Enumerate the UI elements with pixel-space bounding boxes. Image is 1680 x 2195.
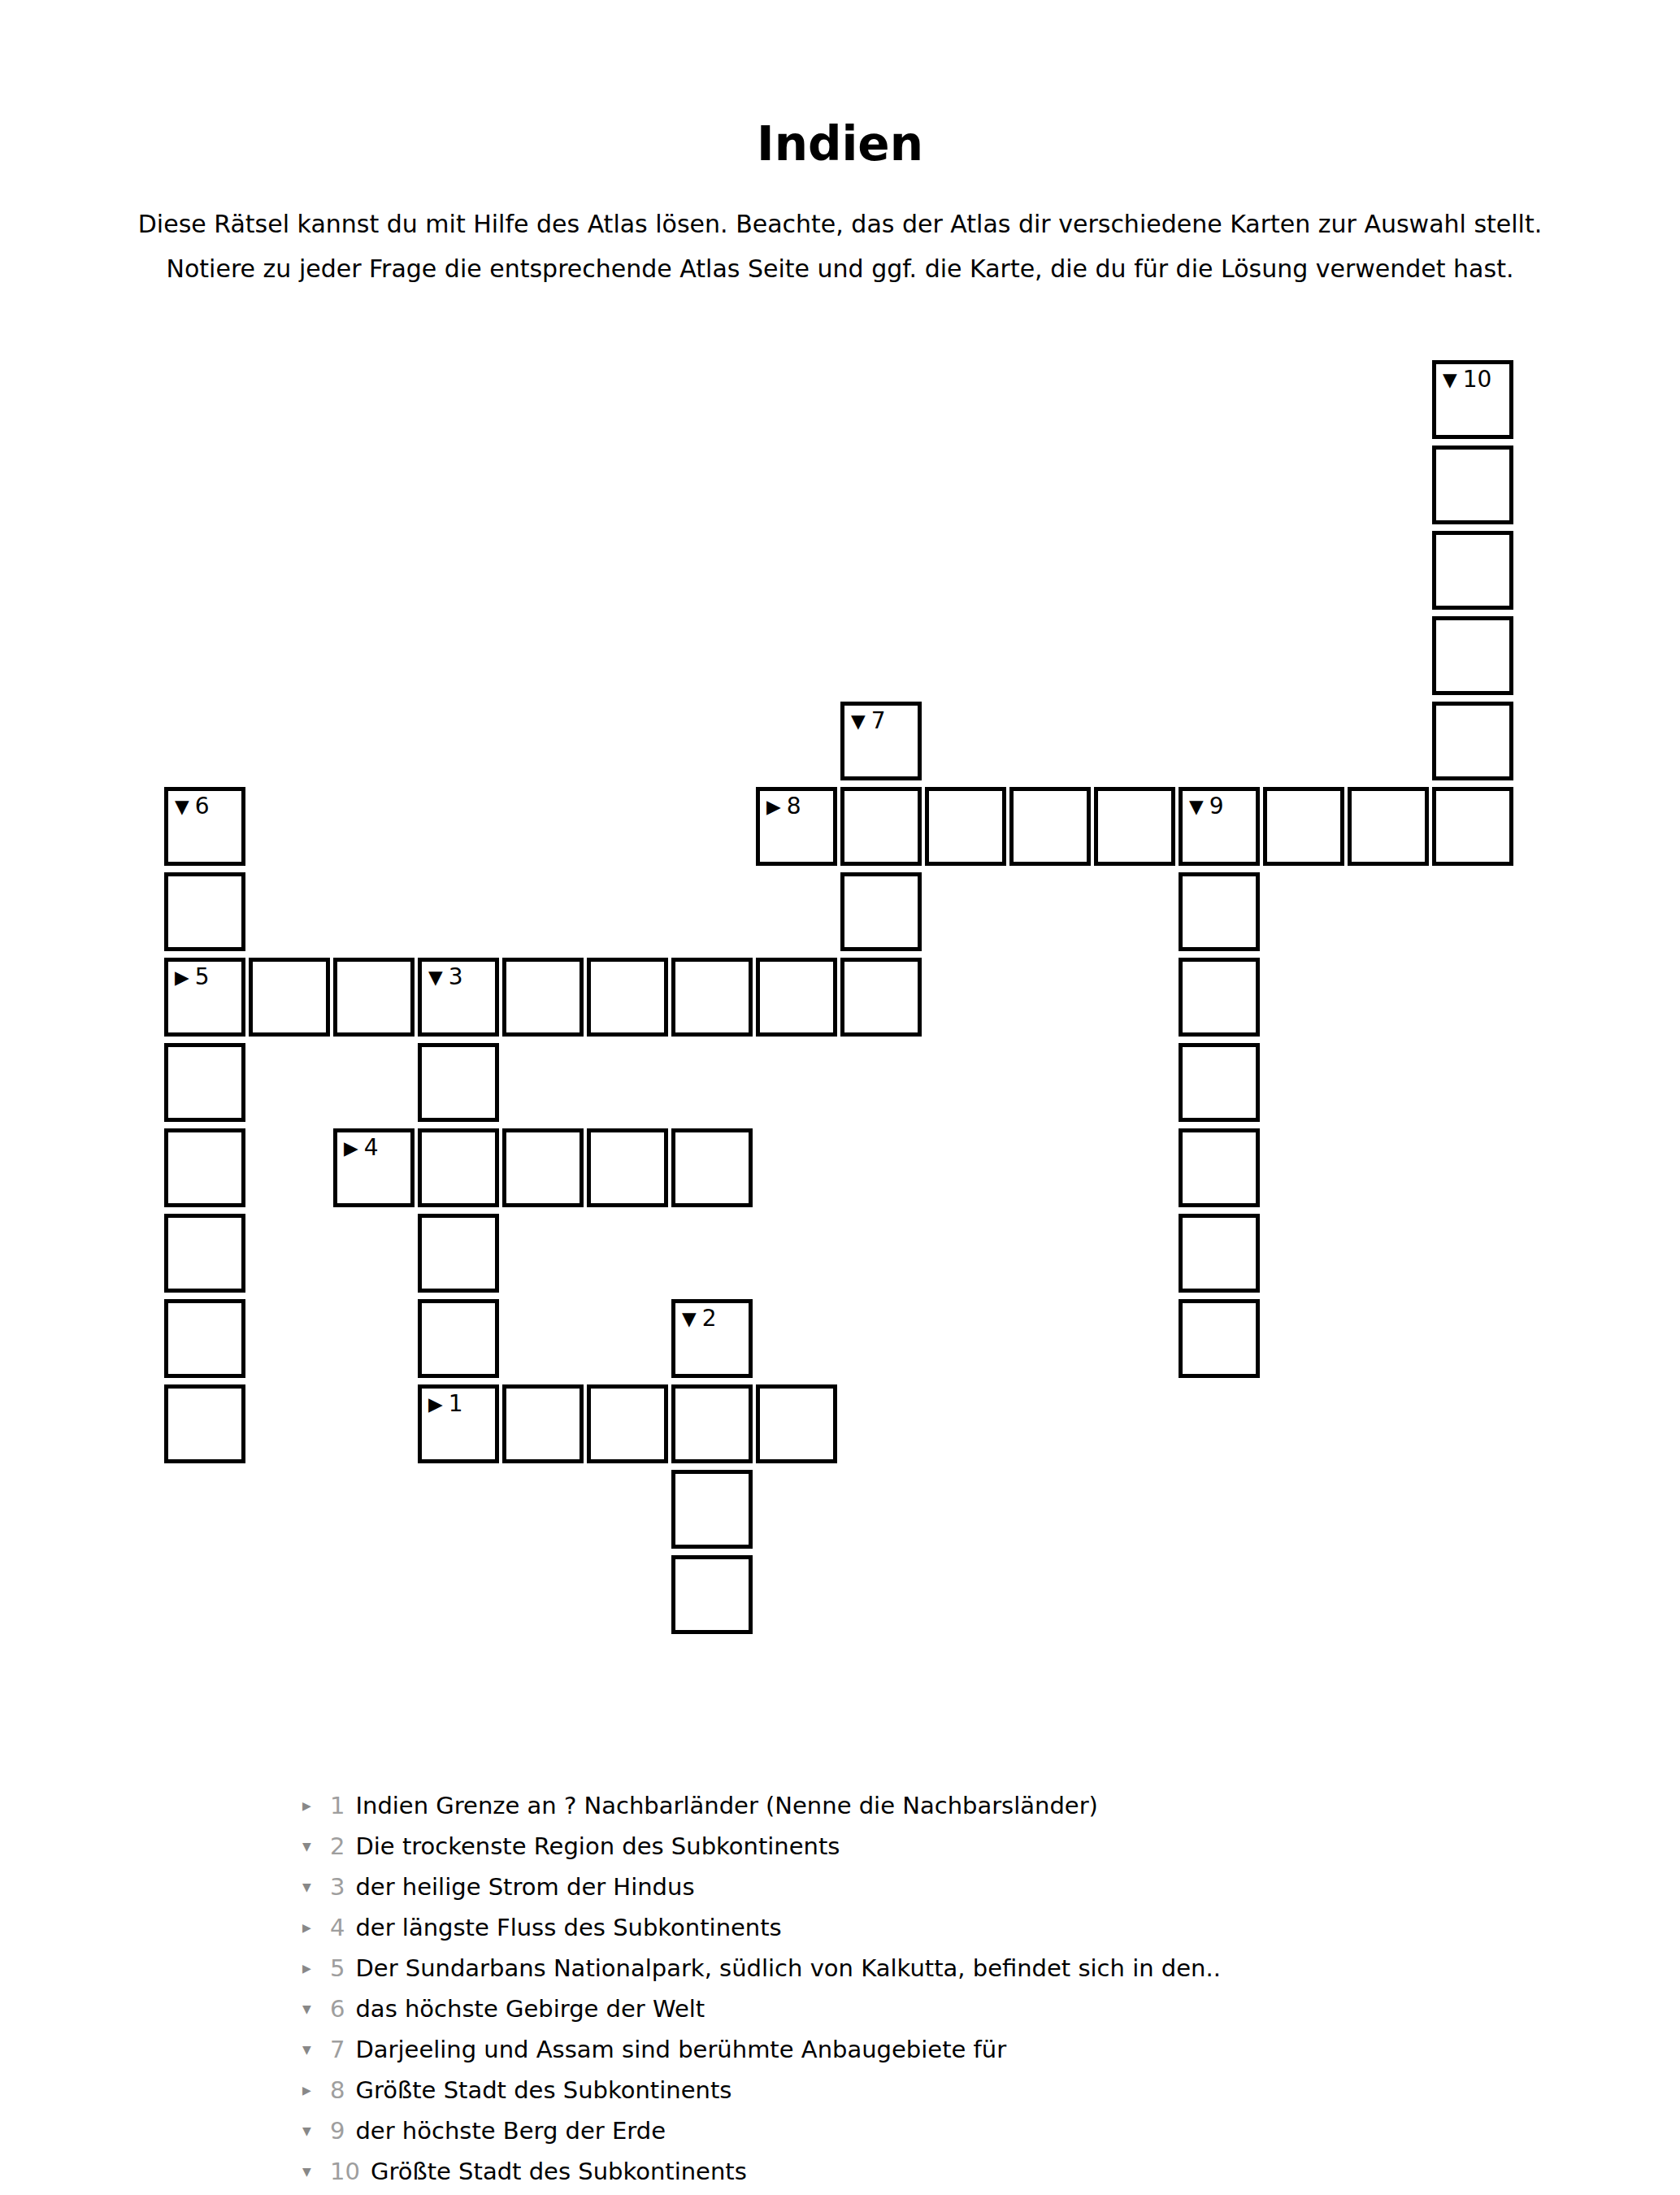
clue-item: ▶5Der Sundarbans Nationalpark, südlich v…	[302, 1948, 1221, 1989]
clue-number: 1	[330, 1792, 345, 1819]
across-arrow-icon: ▶	[175, 968, 189, 987]
clue-text: Darjeeling und Assam sind berühmte Anbau…	[355, 2036, 1006, 2063]
clue-item: ▼10Größte Stadt des Subkontinents	[302, 2151, 1221, 2192]
down-arrow-icon: ▼	[682, 1310, 697, 1328]
clue-text: der längste Fluss des Subkontinents	[355, 1914, 781, 1941]
crossword-cell[interactable]	[1094, 787, 1175, 866]
crossword-cell[interactable]	[925, 787, 1006, 866]
crossword-cell[interactable]	[756, 1384, 837, 1463]
clue-text: Indien Grenze an ? Nachbarländer (Nenne …	[355, 1792, 1097, 1819]
down-arrow-icon: ▼	[428, 968, 443, 987]
worksheet-page: Indien Diese Rätsel kannst du mit Hilfe …	[0, 0, 1680, 2195]
crossword-cell[interactable]	[418, 1299, 499, 1378]
crossword-cell[interactable]	[502, 1128, 584, 1207]
clue-number-label: ▶5	[175, 965, 210, 989]
crossword-cell[interactable]	[418, 1214, 499, 1293]
crossword-cell[interactable]	[249, 958, 330, 1037]
crossword-cell[interactable]	[1263, 787, 1344, 866]
clue-number: 2	[330, 1832, 345, 1860]
clue-text: der höchste Berg der Erde	[355, 2117, 666, 2145]
crossword-cell[interactable]	[1432, 787, 1513, 866]
crossword-cell[interactable]: ▶1	[418, 1384, 499, 1463]
crossword-cell[interactable]	[840, 958, 922, 1037]
down-arrow-icon: ▼	[302, 2043, 330, 2056]
crossword-cell[interactable]	[1179, 958, 1260, 1037]
crossword-cell[interactable]: ▼2	[671, 1299, 753, 1378]
cell-clue-number: 1	[449, 1392, 463, 1416]
down-arrow-icon: ▼	[851, 712, 866, 731]
crossword-cell[interactable]: ▼7	[840, 702, 922, 780]
cell-clue-number: 8	[787, 794, 801, 819]
across-arrow-icon: ▶	[344, 1139, 358, 1158]
cell-clue-number: 3	[449, 965, 463, 989]
crossword-cell[interactable]	[164, 1299, 245, 1378]
clue-number: 9	[330, 2117, 345, 2145]
cell-clue-number: 9	[1209, 794, 1224, 819]
crossword-cell[interactable]	[1179, 1043, 1260, 1122]
down-arrow-icon: ▼	[302, 1880, 330, 1893]
clue-number-label: ▼2	[682, 1306, 717, 1331]
clue-number: 3	[330, 1873, 345, 1901]
crossword-cell[interactable]	[587, 1384, 668, 1463]
clue-number-label: ▼3	[428, 965, 463, 989]
across-arrow-icon: ▶	[766, 798, 781, 816]
clue-number-label: ▼6	[175, 794, 210, 819]
crossword-cell[interactable]: ▶8	[756, 787, 837, 866]
clue-text: das höchste Gebirge der Welt	[355, 1995, 705, 2023]
down-arrow-icon: ▼	[1189, 798, 1204, 816]
clue-text: Größte Stadt des Subkontinents	[355, 2076, 731, 2104]
crossword-cell[interactable]	[1432, 702, 1513, 780]
crossword-cell[interactable]	[1348, 787, 1429, 866]
across-arrow-icon: ▶	[302, 1962, 330, 1975]
crossword-cell[interactable]: ▶4	[333, 1128, 415, 1207]
crossword-cell[interactable]	[1432, 446, 1513, 524]
clue-item: ▶8Größte Stadt des Subkontinents	[302, 2070, 1221, 2110]
clue-item: ▼6das höchste Gebirge der Welt	[302, 1989, 1221, 2029]
crossword-cell[interactable]: ▼10	[1432, 360, 1513, 439]
crossword-cell[interactable]	[1009, 787, 1091, 866]
cell-clue-number: 6	[195, 794, 210, 819]
crossword-cell[interactable]	[333, 958, 415, 1037]
clue-number-label: ▼7	[851, 709, 886, 733]
crossword-cell[interactable]	[502, 958, 584, 1037]
clue-number-label: ▼9	[1189, 794, 1224, 819]
clue-item: ▼9der höchste Berg der Erde	[302, 2110, 1221, 2151]
cell-clue-number: 5	[195, 965, 210, 989]
crossword-cell[interactable]	[418, 1128, 499, 1207]
across-arrow-icon: ▶	[302, 2084, 330, 2097]
across-arrow-icon: ▶	[302, 1799, 330, 1812]
crossword-cell[interactable]	[164, 872, 245, 951]
clue-number: 7	[330, 2036, 345, 2063]
clue-text: der heilige Strom der Hindus	[355, 1873, 694, 1901]
down-arrow-icon: ▼	[175, 798, 189, 816]
across-arrow-icon: ▶	[428, 1395, 443, 1414]
crossword-cell[interactable]	[1179, 1128, 1260, 1207]
clue-text: Größte Stadt des Subkontinents	[371, 2158, 747, 2185]
crossword-cell[interactable]	[502, 1384, 584, 1463]
crossword-cell[interactable]	[1179, 1299, 1260, 1378]
crossword-cell[interactable]	[164, 1214, 245, 1293]
crossword-cell[interactable]	[587, 958, 668, 1037]
instructions: Diese Rätsel kannst du mit Hilfe des Atl…	[109, 202, 1572, 291]
clue-number: 8	[330, 2076, 345, 2104]
clue-text: Der Sundarbans Nationalpark, südlich von…	[355, 1954, 1220, 1982]
clue-number-label: ▶8	[766, 794, 801, 819]
cell-clue-number: 2	[702, 1306, 717, 1331]
cell-clue-number: 10	[1463, 367, 1492, 392]
crossword-cell[interactable]: ▼3	[418, 958, 499, 1037]
crossword-cell[interactable]	[671, 1384, 753, 1463]
down-arrow-icon: ▼	[302, 2165, 330, 2178]
crossword-cell[interactable]: ▼9	[1179, 787, 1260, 866]
crossword-cell[interactable]	[1432, 531, 1513, 610]
crossword-cell[interactable]	[840, 787, 922, 866]
crossword-cell[interactable]	[1179, 872, 1260, 951]
clue-number-label: ▶1	[428, 1392, 463, 1416]
crossword-cell[interactable]	[671, 1555, 753, 1634]
clue-number: 4	[330, 1914, 345, 1941]
clue-number-label: ▼10	[1443, 367, 1491, 392]
clue-item: ▶4der längste Fluss des Subkontinents	[302, 1907, 1221, 1948]
clue-item: ▼3der heilige Strom der Hindus	[302, 1867, 1221, 1907]
clue-item: ▼7Darjeeling und Assam sind berühmte Anb…	[302, 2029, 1221, 2070]
crossword-cell[interactable]	[1432, 616, 1513, 695]
down-arrow-icon: ▼	[302, 2002, 330, 2015]
cell-clue-number: 4	[364, 1136, 379, 1160]
crossword-cell[interactable]: ▶5	[164, 958, 245, 1037]
clue-number-label: ▶4	[344, 1136, 379, 1160]
crossword-cell[interactable]	[671, 1470, 753, 1549]
clue-item: ▼2Die trockenste Region des Subkontinent…	[302, 1826, 1221, 1867]
clue-number: 10	[330, 2158, 360, 2185]
clue-number: 5	[330, 1954, 345, 1982]
crossword-cell[interactable]	[1179, 1214, 1260, 1293]
crossword-cell[interactable]	[671, 958, 753, 1037]
crossword-board: ▼10▼7▼6▶8▼9▶5▼3▶4▼2▶1	[164, 360, 1513, 1634]
cell-clue-number: 7	[871, 709, 886, 733]
crossword-cell[interactable]	[164, 1384, 245, 1463]
down-arrow-icon: ▼	[302, 1840, 330, 1853]
down-arrow-icon: ▼	[1443, 371, 1457, 389]
crossword-cell[interactable]	[671, 1128, 753, 1207]
clue-item: ▶1Indien Grenze an ? Nachbarländer (Nenn…	[302, 1785, 1221, 1826]
clue-list: ▶1Indien Grenze an ? Nachbarländer (Nenn…	[302, 1785, 1221, 2192]
crossword-cell[interactable]: ▼6	[164, 787, 245, 866]
crossword-cell[interactable]	[840, 872, 922, 951]
clue-number: 6	[330, 1995, 345, 2023]
crossword-cell[interactable]	[164, 1043, 245, 1122]
crossword-cell[interactable]	[164, 1128, 245, 1207]
down-arrow-icon: ▼	[302, 2124, 330, 2137]
crossword-cell[interactable]	[756, 958, 837, 1037]
clue-text: Die trockenste Region des Subkontinents	[355, 1832, 840, 1860]
crossword-cell[interactable]	[418, 1043, 499, 1122]
crossword-cell[interactable]	[587, 1128, 668, 1207]
page-title: Indien	[0, 115, 1680, 172]
across-arrow-icon: ▶	[302, 1921, 330, 1934]
